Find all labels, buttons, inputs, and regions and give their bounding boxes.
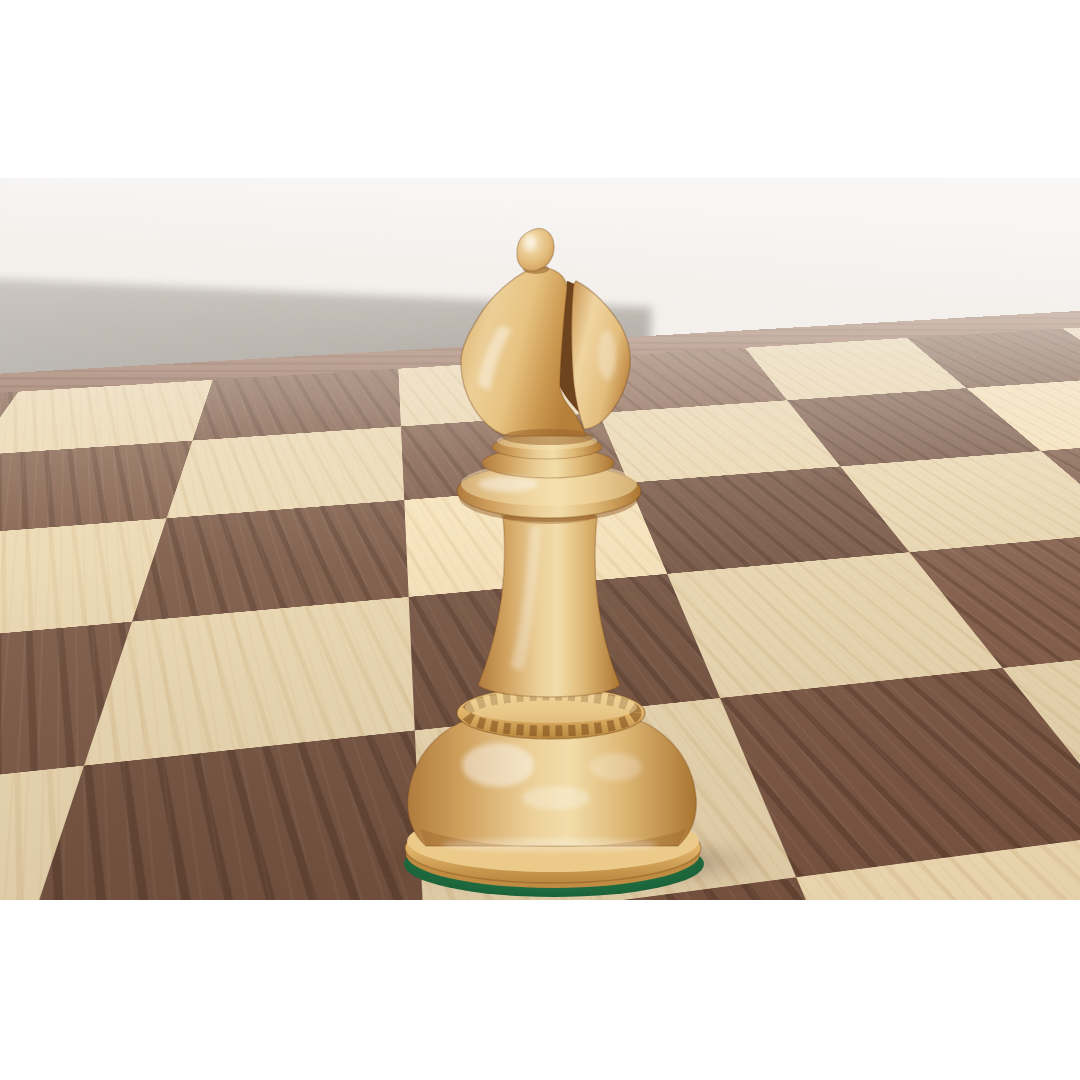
photo: ♗ xyxy=(0,178,1080,900)
white-bishop-piece xyxy=(380,205,740,900)
bishop-finial-ball xyxy=(517,228,554,274)
photo-canvas: ♗ xyxy=(0,0,1080,1080)
bishop-collar xyxy=(457,432,641,522)
bishop-stem xyxy=(478,506,620,697)
